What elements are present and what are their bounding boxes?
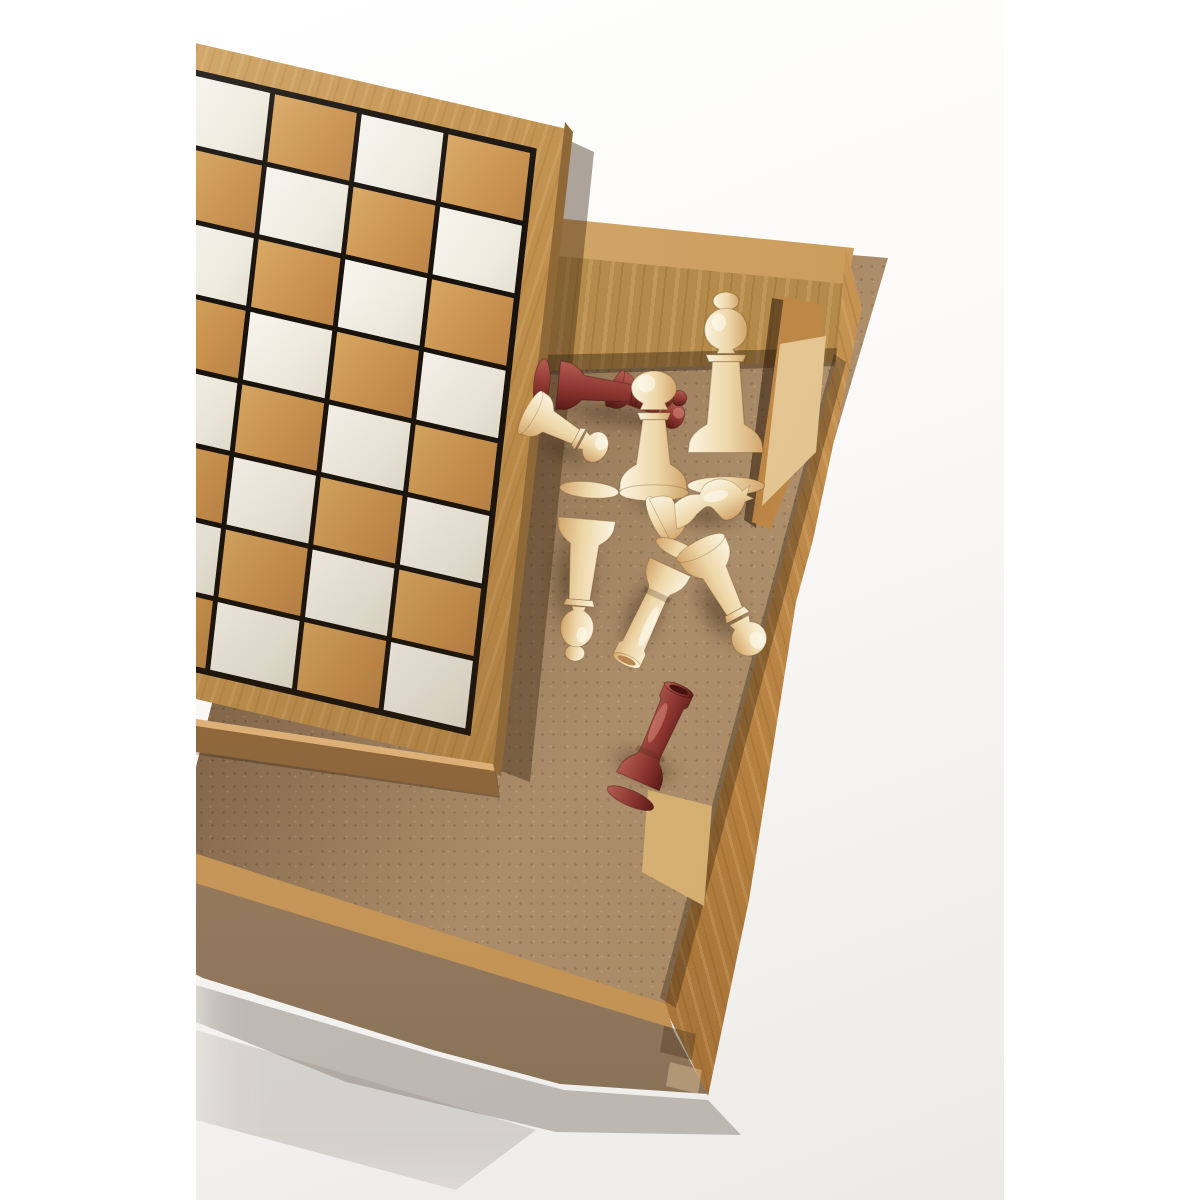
- piece-tray-contents: [196, 0, 1004, 1200]
- chess-set-photo: [196, 0, 1004, 1200]
- photo-stage: [0, 0, 1200, 1200]
